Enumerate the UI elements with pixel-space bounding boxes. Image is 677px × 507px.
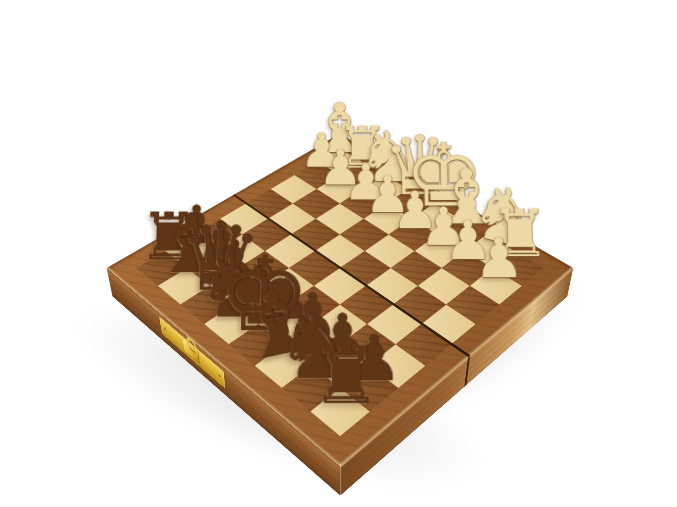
- black-rook-h8-piece: ♜: [306, 337, 386, 416]
- fold-seam-side: [464, 356, 470, 387]
- latch-screw: [218, 373, 221, 378]
- white-pawn-h2-piece: ♟: [464, 231, 535, 286]
- product-photo-stage: ♝♜♞♛♚♝♞♜♟♟♟♟♟♟♟♟♟♟♟♟♟♟♟♟♜♝♛♞♚♝♞♜: [0, 0, 677, 507]
- folding-chess-box: ♝♜♞♛♚♝♞♜♟♟♟♟♟♟♟♟♟♟♟♟♟♟♟♟♜♝♛♞♚♝♞♜: [107, 134, 574, 467]
- perspective-scene: ♝♜♞♛♚♝♞♜♟♟♟♟♟♟♟♟♟♟♟♟♟♟♟♟♜♝♛♞♚♝♞♜: [0, 0, 677, 507]
- playing-area: ♝♜♞♛♚♝♞♜♟♟♟♟♟♟♟♟♟♟♟♟♟♟♟♟♜♝♛♞♚♝♞♜: [136, 148, 543, 436]
- board-top: ♝♜♞♛♚♝♞♜♟♟♟♟♟♟♟♟♟♟♟♟♟♟♟♟♜♝♛♞♚♝♞♜: [107, 134, 574, 467]
- latch-screw: [163, 326, 166, 331]
